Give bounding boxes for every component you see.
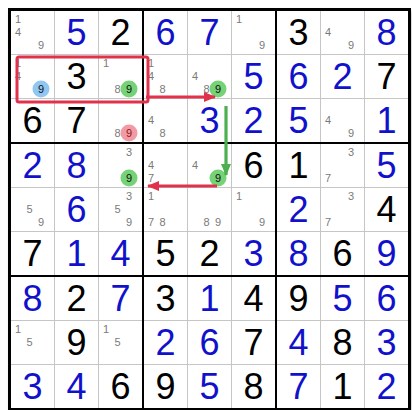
cell-r4c2[interactable]: 8 [55,144,98,187]
given-digit: 1 [277,144,320,187]
cell-r9c8[interactable]: 1 [321,365,364,408]
given-digit: 8 [232,365,275,408]
candidate-1: 1 [236,13,242,25]
solved-digit: 3 [11,365,54,408]
candidate-9: 9 [38,216,44,228]
cell-r9c1[interactable]: 3 [11,365,54,408]
solved-digit: 2 [232,99,275,142]
cell-r3c4[interactable]: 48 [144,99,187,142]
solved-digit: 6 [188,321,231,364]
candidate-1: 1 [15,323,21,335]
cell-r2c7[interactable]: 6 [277,55,320,98]
candidate-9: 9 [348,39,354,51]
cell-r1c4[interactable]: 6 [144,11,187,54]
cell-r5c7[interactable]: 2 [277,188,320,231]
candidate-7: 7 [325,172,331,184]
solved-digit: 1 [188,277,231,320]
cell-r3c8[interactable]: 49 [321,99,364,142]
candidate-4: 4 [148,114,154,126]
candidate-4: 4 [148,159,154,171]
candidate-9: 9 [348,127,354,139]
cell-r9c6[interactable]: 8 [232,365,275,408]
candidate-3: 3 [126,146,132,158]
given-digit: 3 [55,55,98,98]
cell-r3c3[interactable]: 89 [99,99,142,142]
solved-digit: 5 [232,55,275,98]
candidate-9: 9 [126,216,132,228]
cell-r8c8[interactable]: 8 [321,321,364,364]
cell-r3c2[interactable]: 7 [55,99,98,142]
cell-r6c6[interactable]: 3 [232,232,275,275]
solved-digit: 3 [365,321,408,364]
given-digit: 2 [188,232,231,275]
cell-r6c4[interactable]: 5 [144,232,187,275]
given-digit: 9 [55,321,98,364]
cell-r3c9[interactable]: 1 [365,99,408,142]
solved-digit: 9 [365,232,408,275]
cell-r4c7[interactable]: 1 [277,144,320,187]
solved-digit: 8 [365,11,408,54]
solved-digit: 4 [277,321,320,364]
cell-r5c2[interactable]: 6 [55,188,98,231]
given-digit: 5 [144,232,187,275]
cell-r2c5[interactable]: 489 [188,55,231,98]
candidate-1: 1 [148,190,154,202]
cell-r1c6[interactable]: 19 [232,11,275,54]
solved-digit: 2 [277,188,320,231]
solved-digit: 7 [188,11,231,54]
candidate-7: 7 [325,216,331,228]
candidate-9: 9 [259,39,265,51]
given-digit: 7 [365,55,408,98]
solved-digit: 5 [188,365,231,408]
candidate-5: 5 [114,203,120,215]
solved-digit: 2 [365,365,408,408]
given-digit: 4 [232,277,275,320]
candidate-9: 9 [38,39,44,51]
cell-r5c3[interactable]: 359 [99,188,142,231]
given-digit: 6 [321,232,364,275]
solved-digit: 7 [99,277,142,320]
candidate-8: 8 [159,216,165,228]
candidate-4: 4 [325,114,331,126]
cell-r7c5[interactable]: 1 [188,277,231,320]
given-digit: 7 [11,232,54,275]
cell-r9c4[interactable]: 9 [144,365,187,408]
cell-r2c4[interactable]: 148 [144,55,187,98]
solved-digit: 5 [321,277,364,320]
given-digit: 4 [365,188,408,231]
cell-r6c2[interactable]: 1 [55,232,98,275]
cell-r7c7[interactable]: 9 [277,277,320,320]
cell-r3c1[interactable]: 6 [11,99,54,142]
box-border-vertical [275,11,277,408]
given-digit: 6 [232,144,275,187]
cell-r2c6[interactable]: 5 [232,55,275,98]
cell-r8c7[interactable]: 4 [277,321,320,364]
candidate-5: 5 [26,336,32,348]
solved-digit: 3 [188,99,231,142]
cell-r1c8[interactable]: 49 [321,11,364,54]
candidate-8: 8 [203,216,209,228]
cell-r4c1[interactable]: 2 [11,144,54,187]
cell-r2c8[interactable]: 2 [321,55,364,98]
solved-digit: 7 [277,365,320,408]
cell-r8c2[interactable]: 9 [55,321,98,364]
cell-r5c9[interactable]: 4 [365,188,408,231]
cell-r6c8[interactable]: 6 [321,232,364,275]
candidate-4: 4 [192,159,198,171]
candidate-3: 3 [126,190,132,202]
cell-r4c3[interactable]: 39 [99,144,142,187]
given-digit: 2 [55,277,98,320]
cell-r7c3[interactable]: 7 [99,277,142,320]
candidate-9: 9 [259,216,265,228]
candidate-4: 4 [325,26,331,38]
cell-r5c5[interactable]: 89 [188,188,231,231]
cell-r9c2[interactable]: 4 [55,365,98,408]
solved-digit: 4 [99,232,142,275]
candidate-7: 7 [148,172,154,184]
cell-r2c3[interactable]: 189 [99,55,142,98]
candidate-9: 9 [215,216,221,228]
cell-r6c5[interactable]: 2 [188,232,231,275]
cell-r7c4[interactable]: 3 [144,277,187,320]
cell-r7c6[interactable]: 4 [232,277,275,320]
solved-digit: 8 [11,277,54,320]
cell-r1c3[interactable]: 2 [99,11,142,54]
highlighted-candidate-9-green: 9 [121,81,138,98]
candidate-3: 3 [348,146,354,158]
sudoku-app: 1495267193498149318914848956276789483254… [0,0,412,410]
candidate-3: 3 [348,190,354,202]
solved-digit: 1 [365,99,408,142]
cell-r9c9[interactable]: 2 [365,365,408,408]
given-digit: 6 [11,99,54,142]
cell-r5c4[interactable]: 178 [144,188,187,231]
given-digit: 7 [232,321,275,364]
solved-digit: 2 [11,144,54,187]
cell-r6c3[interactable]: 4 [99,232,142,275]
highlighted-candidate-9-green: 9 [121,170,138,187]
cell-r5c6[interactable]: 19 [232,188,275,231]
candidate-5: 5 [26,203,32,215]
candidate-5: 5 [114,336,120,348]
cell-r1c5[interactable]: 7 [188,11,231,54]
solved-digit: 2 [144,321,187,364]
solved-digit: 3 [232,232,275,275]
cell-r3c6[interactable]: 2 [232,99,275,142]
highlighted-candidate-9-green: 9 [210,170,227,187]
highlighted-candidate-9-pink: 9 [121,125,138,142]
solved-digit: 6 [144,11,187,54]
candidate-4: 4 [15,70,21,82]
cell-r8c9[interactable]: 3 [365,321,408,364]
candidate-7: 7 [148,216,154,228]
candidate-1: 1 [15,13,21,25]
box-border-vertical [142,11,144,408]
cell-r7c8[interactable]: 5 [321,277,364,320]
given-digit: 9 [144,365,187,408]
box-border-horizontal [11,142,408,144]
cell-r5c8[interactable]: 37 [321,188,364,231]
cell-r6c1[interactable]: 7 [11,232,54,275]
cell-r4c8[interactable]: 37 [321,144,364,187]
cell-r7c2[interactable]: 2 [55,277,98,320]
solved-digit: 4 [55,365,98,408]
cell-r6c9[interactable]: 9 [365,232,408,275]
candidate-1: 1 [15,57,21,69]
given-digit: 7 [55,99,98,142]
cell-r7c1[interactable]: 8 [11,277,54,320]
highlighted-candidate-9-blue: 9 [33,81,50,98]
given-digit: 3 [277,11,320,54]
cell-r8c4[interactable]: 2 [144,321,187,364]
cell-r4c4[interactable]: 47 [144,144,187,187]
given-digit: 8 [321,321,364,364]
candidate-4: 4 [192,70,198,82]
cell-r6c7[interactable]: 8 [277,232,320,275]
cell-r9c3[interactable]: 6 [99,365,142,408]
cell-r1c7[interactable]: 3 [277,11,320,54]
solved-digit: 5 [55,11,98,54]
solved-digit: 5 [277,99,320,142]
cell-r3c5[interactable]: 3 [188,99,231,142]
solved-digit: 8 [277,232,320,275]
candidate-1: 1 [103,323,109,335]
cell-r7c9[interactable]: 6 [365,277,408,320]
cell-r2c9[interactable]: 7 [365,55,408,98]
cell-r1c1[interactable]: 149 [11,11,54,54]
given-digit: 3 [144,277,187,320]
cell-r4c5[interactable]: 49 [188,144,231,187]
given-digit: 2 [99,11,142,54]
solved-digit: 6 [277,55,320,98]
candidate-8: 8 [159,127,165,139]
cell-r8c1[interactable]: 15 [11,321,54,364]
cell-r1c9[interactable]: 8 [365,11,408,54]
cell-r9c7[interactable]: 7 [277,365,320,408]
solved-digit: 5 [365,144,408,187]
cell-r2c1[interactable]: 149 [11,55,54,98]
solved-digit: 6 [55,188,98,231]
candidate-4: 4 [15,26,21,38]
cell-r5c1[interactable]: 59 [11,188,54,231]
cell-r3c7[interactable]: 5 [277,99,320,142]
candidate-8: 8 [159,83,165,95]
cell-r4c6[interactable]: 6 [232,144,275,187]
sudoku-board: 1495267193498149318914848956276789483254… [8,8,411,410]
given-digit: 9 [277,277,320,320]
cell-r8c3[interactable]: 15 [99,321,142,364]
solved-digit: 6 [365,277,408,320]
cell-r1c2[interactable]: 5 [55,11,98,54]
cell-r9c5[interactable]: 5 [188,365,231,408]
cell-r8c5[interactable]: 6 [188,321,231,364]
candidate-1: 1 [148,57,154,69]
cell-r8c6[interactable]: 7 [232,321,275,364]
solved-digit: 2 [321,55,364,98]
given-digit: 6 [99,365,142,408]
highlighted-candidate-9-green: 9 [210,81,227,98]
cell-r2c2[interactable]: 3 [55,55,98,98]
given-digit: 1 [321,365,364,408]
candidate-1: 1 [103,57,109,69]
solved-digit: 1 [55,232,98,275]
cell-r4c9[interactable]: 5 [365,144,408,187]
candidate-1: 1 [236,190,242,202]
box-border-horizontal [11,275,408,277]
candidate-4: 4 [148,70,154,82]
solved-digit: 8 [55,144,98,187]
